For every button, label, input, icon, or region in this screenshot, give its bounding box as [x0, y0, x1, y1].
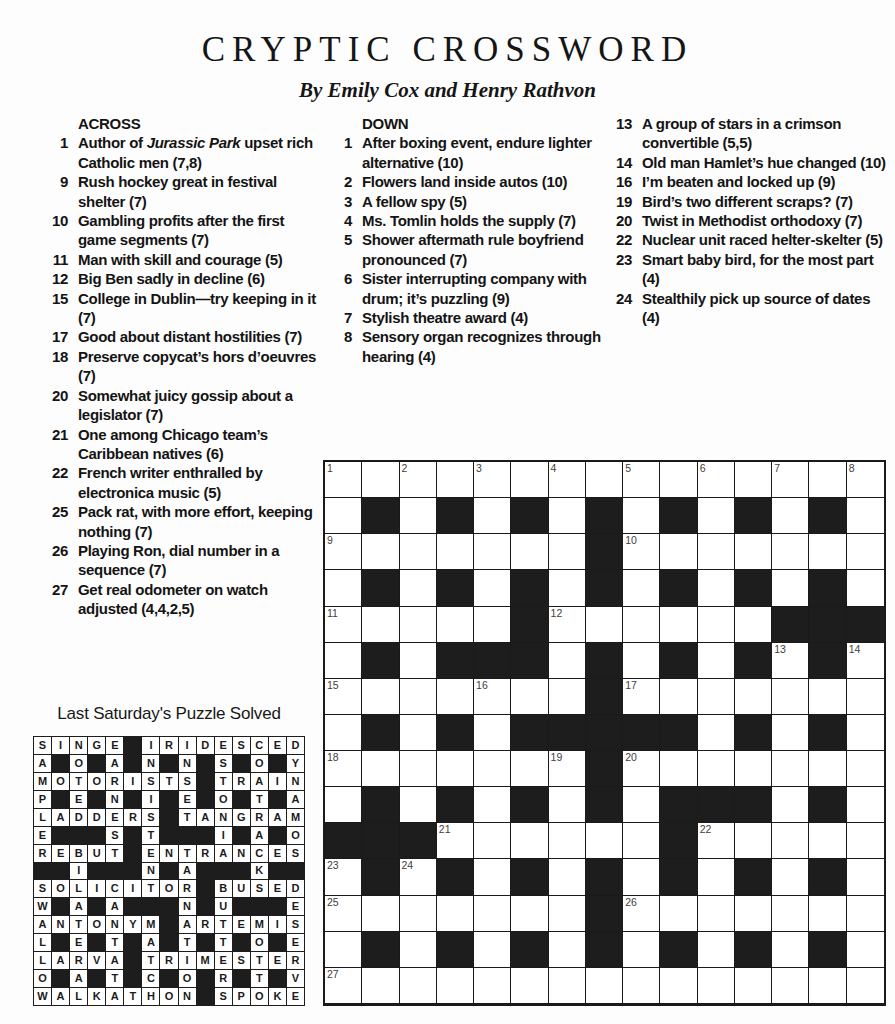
solved-cell-r9c15: D	[287, 880, 304, 897]
cell-r4c5[interactable]	[474, 570, 511, 606]
cell-r3c6[interactable]	[511, 534, 548, 570]
cell-r7c7[interactable]	[549, 679, 586, 715]
cell-r9c1[interactable]: 18	[325, 751, 362, 787]
cell-r11c13[interactable]	[772, 823, 809, 859]
clue-number: 14	[604, 153, 632, 172]
cell-r14c1[interactable]	[325, 932, 362, 968]
solved-cell-r1c11: E	[215, 737, 232, 754]
cell-r10c13[interactable]	[772, 787, 809, 823]
cell-r3c11[interactable]	[698, 534, 735, 570]
cell-r14c3[interactable]	[400, 932, 437, 968]
solved-cell-r2c7: N	[142, 755, 159, 772]
cell-r3c4[interactable]	[437, 534, 474, 570]
cell-r9c14[interactable]	[809, 751, 846, 787]
cell-r7c9[interactable]: 17	[623, 679, 660, 715]
solved-block-r10c12	[233, 898, 250, 915]
clue-number: 9	[40, 172, 68, 211]
cell-r7c10[interactable]	[660, 679, 697, 715]
cell-r11c11[interactable]: 22	[698, 823, 735, 859]
clue-number: 17	[40, 327, 68, 346]
solved-block-r14c4	[88, 970, 105, 987]
clue-number: 27	[40, 580, 68, 619]
clue-across-11: 11Man with skill and courage (5)	[40, 250, 316, 269]
clue-number: 23	[604, 250, 632, 289]
block-cell-r4c14	[809, 570, 846, 606]
cell-r5c5[interactable]	[474, 607, 511, 643]
solved-block-r14c8	[160, 970, 177, 987]
solved-block-r6c14	[269, 827, 286, 844]
block-cell-r8c7	[549, 715, 586, 751]
cell-r3c3[interactable]	[400, 534, 437, 570]
cell-r2c9[interactable]	[623, 498, 660, 534]
solved-block-r6c2	[52, 827, 69, 844]
solved-cell-r15c3: L	[70, 988, 87, 1005]
cell-r13c9[interactable]: 26	[623, 896, 660, 932]
block-cell-r8c6	[511, 715, 548, 751]
clue-text: Good about distant hostilities (7)	[78, 327, 316, 346]
solved-block-r14c10	[197, 970, 214, 987]
solved-block-r10c8	[160, 898, 177, 915]
solved-cell-r6c15: O	[287, 827, 304, 844]
clue-number: 2	[324, 172, 352, 191]
cell-r6c15[interactable]: 14	[847, 643, 884, 679]
solved-cell-r1c9: I	[179, 737, 196, 754]
cell-r10c3[interactable]	[400, 787, 437, 823]
cell-r3c13[interactable]	[772, 534, 809, 570]
solved-cell-r10c11: U	[215, 898, 232, 915]
solved-cell-r3c15: N	[287, 773, 304, 790]
block-cell-r6c5	[474, 643, 511, 679]
cell-r5c7[interactable]: 12	[549, 607, 586, 643]
solved-cell-r10c15: E	[287, 898, 304, 915]
cell-r10c15[interactable]	[847, 787, 884, 823]
solved-cell-r15c7: H	[142, 988, 159, 1005]
cell-r3c7[interactable]	[549, 534, 586, 570]
solved-block-r10c4	[88, 898, 105, 915]
clue-number-label: 1	[327, 462, 333, 475]
solved-block-r13c6	[124, 952, 141, 969]
cell-r8c13[interactable]	[772, 715, 809, 751]
down-header: DOWN	[362, 114, 602, 133]
cell-r9c12[interactable]	[735, 751, 772, 787]
cell-r10c9[interactable]	[623, 787, 660, 823]
clue-number-label: 23	[327, 859, 339, 872]
cell-r7c13[interactable]	[772, 679, 809, 715]
solved-cell-r14c13: T	[251, 970, 268, 987]
block-cell-r14c4	[437, 932, 474, 968]
solved-block-r14c12	[233, 970, 250, 987]
cell-r5c1[interactable]: 11	[325, 607, 362, 643]
solved-cell-r7c7: E	[142, 845, 159, 862]
cell-r13c11[interactable]	[698, 896, 735, 932]
solved-cell-r13c10: M	[197, 952, 214, 969]
cell-r1c5[interactable]: 3	[474, 462, 511, 498]
cell-r5c11[interactable]	[698, 607, 735, 643]
cell-r3c1[interactable]: 9	[325, 534, 362, 570]
cell-r7c6[interactable]	[511, 679, 548, 715]
clue-number: 11	[40, 250, 68, 269]
cell-r5c12[interactable]	[735, 607, 772, 643]
cell-r8c11[interactable]	[698, 715, 735, 751]
cell-r1c9[interactable]: 5	[623, 462, 660, 498]
block-cell-r4c10	[660, 570, 697, 606]
clue-down-8: 8Sensory organ recognizes through hearin…	[324, 327, 602, 366]
cell-r5c4[interactable]	[437, 607, 474, 643]
solved-block-r2c12	[233, 755, 250, 772]
clue-across-12: 12Big Ben sadly in decline (6)	[40, 269, 316, 288]
solved-cell-r10c1: W	[34, 898, 51, 915]
cell-r9c13[interactable]	[772, 751, 809, 787]
clue-text: Get real odometer on watch adjusted (4,4…	[78, 580, 316, 619]
block-cell-r4c2	[362, 570, 399, 606]
cell-r1c7[interactable]: 4	[549, 462, 586, 498]
solved-block-r6c6	[124, 827, 141, 844]
cell-r4c9[interactable]	[623, 570, 660, 606]
cell-r1c3[interactable]: 2	[400, 462, 437, 498]
cell-r1c10[interactable]	[660, 462, 697, 498]
cell-r11c8[interactable]	[586, 823, 623, 859]
cell-r5c8[interactable]	[586, 607, 623, 643]
cell-r11c4[interactable]: 21	[437, 823, 474, 859]
cell-r15c6[interactable]	[511, 968, 548, 1004]
solved-cell-r12c5: T	[106, 934, 123, 951]
cell-r13c6[interactable]	[511, 896, 548, 932]
cell-r5c2[interactable]	[362, 607, 399, 643]
cell-r3c10[interactable]	[660, 534, 697, 570]
cell-r4c7[interactable]	[549, 570, 586, 606]
solved-cell-r5c13: R	[251, 809, 268, 826]
cell-r9c11[interactable]	[698, 751, 735, 787]
cell-r12c1[interactable]: 23	[325, 859, 362, 895]
cell-r14c13[interactable]	[772, 932, 809, 968]
cell-r1c2[interactable]	[362, 462, 399, 498]
clue-text: College in Dublin—try keeping in it (7)	[78, 289, 316, 328]
solved-cell-r1c15: D	[287, 737, 304, 754]
cell-r7c14[interactable]	[809, 679, 846, 715]
solved-cell-r10c5: A	[106, 898, 123, 915]
cell-r4c1[interactable]	[325, 570, 362, 606]
clue-down-5: 5Shower aftermath rule boyfriend pronoun…	[324, 230, 602, 269]
cell-r13c15[interactable]	[847, 896, 884, 932]
cell-r4c13[interactable]	[772, 570, 809, 606]
solved-block-r15c10	[197, 988, 214, 1005]
solved-cell-r15c5: A	[106, 988, 123, 1005]
clue-number-label: 12	[551, 607, 563, 620]
cell-r15c2[interactable]	[362, 968, 399, 1004]
block-cell-r14c8	[586, 932, 623, 968]
cell-r11c15[interactable]	[847, 823, 884, 859]
cell-r8c15[interactable]	[847, 715, 884, 751]
cell-r12c3[interactable]: 24	[400, 859, 437, 895]
block-cell-r11c3	[400, 823, 437, 859]
solved-block-r4c2	[52, 791, 69, 808]
solved-cell-r9c7: T	[142, 880, 159, 897]
block-cell-r12c6	[511, 859, 548, 895]
cell-r3c2[interactable]	[362, 534, 399, 570]
cell-r12c15[interactable]	[847, 859, 884, 895]
solved-cell-r5c3: D	[70, 809, 87, 826]
clue-number: 22	[40, 463, 68, 502]
cell-r13c5[interactable]	[474, 896, 511, 932]
solved-block-r2c14	[269, 755, 286, 772]
cell-r15c1[interactable]: 27	[325, 968, 362, 1004]
cell-r7c2[interactable]	[362, 679, 399, 715]
cell-r11c6[interactable]	[511, 823, 548, 859]
clue-text: I’m beaten and locked up (9)	[642, 172, 889, 191]
cell-r14c11[interactable]	[698, 932, 735, 968]
cell-r12c5[interactable]	[474, 859, 511, 895]
cell-r1c8[interactable]	[586, 462, 623, 498]
cell-r6c13[interactable]: 13	[772, 643, 809, 679]
cell-r10c1[interactable]	[325, 787, 362, 823]
cell-r8c3[interactable]	[400, 715, 437, 751]
block-cell-r12c2	[362, 859, 399, 895]
solved-cell-r15c4: K	[88, 988, 105, 1005]
block-cell-r5c13	[772, 607, 809, 643]
clue-number: 5	[324, 230, 352, 269]
cell-r7c4[interactable]	[437, 679, 474, 715]
cell-r7c11[interactable]	[698, 679, 735, 715]
cell-r11c14[interactable]	[809, 823, 846, 859]
cell-r11c9[interactable]	[623, 823, 660, 859]
cell-r9c3[interactable]	[400, 751, 437, 787]
clue-down-2: 2Flowers land inside autos (10)	[324, 172, 602, 191]
cell-r13c4[interactable]	[437, 896, 474, 932]
solved-cell-r13c3: R	[70, 952, 87, 969]
cell-r3c15[interactable]	[847, 534, 884, 570]
solved-cell-r15c14: K	[269, 988, 286, 1005]
cell-r15c3[interactable]	[400, 968, 437, 1004]
block-cell-r12c10	[660, 859, 697, 895]
clue-down-4: 4Ms. Tomlin holds the supply (7)	[324, 211, 602, 230]
cell-r1c6[interactable]	[511, 462, 548, 498]
cell-r9c2[interactable]	[362, 751, 399, 787]
clue-number-label: 10	[625, 534, 637, 547]
cell-r1c12[interactable]	[735, 462, 772, 498]
cell-r8c1[interactable]	[325, 715, 362, 751]
clue-across-20: 20Somewhat juicy gossip about a legislat…	[40, 386, 316, 425]
cell-r10c7[interactable]	[549, 787, 586, 823]
cell-r5c9[interactable]	[623, 607, 660, 643]
cell-r13c13[interactable]	[772, 896, 809, 932]
clue-number: 20	[604, 211, 632, 230]
block-cell-r6c6	[511, 643, 548, 679]
clue-number: 15	[40, 289, 68, 328]
cell-r1c4[interactable]	[437, 462, 474, 498]
block-cell-r14c2	[362, 932, 399, 968]
solved-cell-r11c3: T	[70, 916, 87, 933]
solved-cell-r7c13: C	[251, 845, 268, 862]
cell-r8c5[interactable]	[474, 715, 511, 751]
cell-r3c12[interactable]	[735, 534, 772, 570]
clue-text: A group of stars in a crimson convertibl…	[642, 114, 889, 153]
cell-r13c3[interactable]	[400, 896, 437, 932]
clue-text: One among Chicago team’s Caribbean nativ…	[78, 425, 316, 464]
clue-number-label: 24	[402, 859, 414, 872]
solved-cell-r9c5: C	[106, 880, 123, 897]
cell-r13c2[interactable]	[362, 896, 399, 932]
solved-cell-r12c13: O	[251, 934, 268, 951]
solved-cell-r5c10: A	[197, 809, 214, 826]
cell-r12c7[interactable]	[549, 859, 586, 895]
clue-number-label: 5	[625, 462, 631, 475]
cell-r6c3[interactable]	[400, 643, 437, 679]
cell-r2c13[interactable]	[772, 498, 809, 534]
solved-cell-r5c11: N	[215, 809, 232, 826]
clue-number-label: 13	[774, 643, 786, 656]
solved-cell-r11c15: S	[287, 916, 304, 933]
cell-r9c5[interactable]	[474, 751, 511, 787]
cell-r14c9[interactable]	[623, 932, 660, 968]
clue-number: 7	[324, 308, 352, 327]
cell-r7c12[interactable]	[735, 679, 772, 715]
cell-r15c5[interactable]	[474, 968, 511, 1004]
cell-r4c15[interactable]	[847, 570, 884, 606]
cell-r15c4[interactable]	[437, 968, 474, 1004]
cell-r2c1[interactable]	[325, 498, 362, 534]
cell-r9c9[interactable]: 20	[623, 751, 660, 787]
cell-r12c13[interactable]	[772, 859, 809, 895]
cell-r7c3[interactable]	[400, 679, 437, 715]
solved-cell-r14c7: C	[142, 970, 159, 987]
solved-cell-r7c5: T	[106, 845, 123, 862]
cell-r5c10[interactable]	[660, 607, 697, 643]
clue-number: 19	[604, 192, 632, 211]
cell-r1c14[interactable]	[809, 462, 846, 498]
cell-r13c7[interactable]	[549, 896, 586, 932]
cell-r9c7[interactable]: 19	[549, 751, 586, 787]
cell-r2c15[interactable]	[847, 498, 884, 534]
solved-cell-r11c6: Y	[124, 916, 141, 933]
solved-block-r10c7	[142, 898, 159, 915]
cell-r2c5[interactable]	[474, 498, 511, 534]
solved-cell-r13c12: S	[233, 952, 250, 969]
clue-down-16: 16I’m beaten and locked up (9)	[604, 172, 889, 191]
cell-r12c11[interactable]	[698, 859, 735, 895]
solved-cell-r5c12: G	[233, 809, 250, 826]
cell-r15c11[interactable]	[698, 968, 735, 1004]
solved-cell-r1c2: I	[52, 737, 69, 754]
cell-r9c6[interactable]	[511, 751, 548, 787]
solved-cell-r2c3: O	[70, 755, 87, 772]
cell-r6c1[interactable]	[325, 643, 362, 679]
cell-r9c15[interactable]	[847, 751, 884, 787]
solved-cell-r3c5: R	[106, 773, 123, 790]
cell-r9c4[interactable]	[437, 751, 474, 787]
cell-r6c7[interactable]	[549, 643, 586, 679]
solved-cell-r9c11: B	[215, 880, 232, 897]
cell-r11c7[interactable]	[549, 823, 586, 859]
block-cell-r2c14	[809, 498, 846, 534]
solved-cell-r4c3: E	[70, 791, 87, 808]
cell-r1c1[interactable]: 1	[325, 462, 362, 498]
solved-block-r12c14	[269, 934, 286, 951]
cell-r15c7[interactable]	[549, 968, 586, 1004]
cell-r13c10[interactable]	[660, 896, 697, 932]
block-cell-r12c8	[586, 859, 623, 895]
cell-r15c8[interactable]	[586, 968, 623, 1004]
cell-r11c5[interactable]	[474, 823, 511, 859]
cell-r13c14[interactable]	[809, 896, 846, 932]
solved-block-r9c10	[197, 880, 214, 897]
clue-number: 1	[324, 133, 352, 172]
cell-r2c3[interactable]	[400, 498, 437, 534]
solved-cell-r13c15: R	[287, 952, 304, 969]
cell-r15c13[interactable]	[772, 968, 809, 1004]
cell-r1c13[interactable]: 7	[772, 462, 809, 498]
cell-r15c12[interactable]	[735, 968, 772, 1004]
cell-r1c15[interactable]: 8	[847, 462, 884, 498]
cell-r14c15[interactable]	[847, 932, 884, 968]
block-cell-r12c14	[809, 859, 846, 895]
block-cell-r5c15	[847, 607, 884, 643]
cell-r5c3[interactable]	[400, 607, 437, 643]
clue-number: 6	[324, 269, 352, 308]
solved-cell-r6c1: E	[34, 827, 51, 844]
cell-r3c14[interactable]	[809, 534, 846, 570]
block-cell-r11c2	[362, 823, 399, 859]
block-cell-r14c10	[660, 932, 697, 968]
solved-cell-r15c12: P	[233, 988, 250, 1005]
cell-r1c11[interactable]: 6	[698, 462, 735, 498]
clue-number-label: 19	[551, 751, 563, 764]
cell-r12c9[interactable]	[623, 859, 660, 895]
cell-r10c5[interactable]	[474, 787, 511, 823]
cell-r3c9[interactable]: 10	[623, 534, 660, 570]
cell-r4c3[interactable]	[400, 570, 437, 606]
solved-cell-r7c10: R	[197, 845, 214, 862]
cell-r7c5[interactable]: 16	[474, 679, 511, 715]
cell-r15c15[interactable]	[847, 968, 884, 1004]
cell-r3c5[interactable]	[474, 534, 511, 570]
cell-r2c11[interactable]	[698, 498, 735, 534]
cell-r4c11[interactable]	[698, 570, 735, 606]
solved-block-r6c12	[233, 827, 250, 844]
cell-r7c15[interactable]	[847, 679, 884, 715]
solved-cell-r3c1: M	[34, 773, 51, 790]
cell-r15c14[interactable]	[809, 968, 846, 1004]
down-clue-column-1: DOWN 1After boxing event, endure lighter…	[324, 114, 602, 366]
solved-cell-r2c9: N	[179, 755, 196, 772]
solved-block-r8c12	[233, 863, 250, 880]
block-cell-r13c8	[586, 896, 623, 932]
cell-r9c10[interactable]	[660, 751, 697, 787]
clue-number-label: 15	[327, 679, 339, 692]
cell-r14c5[interactable]	[474, 932, 511, 968]
solved-cell-r8c13: K	[251, 863, 268, 880]
solved-cell-r12c1: L	[34, 934, 51, 951]
solved-cell-r10c9: N	[179, 898, 196, 915]
cell-r13c1[interactable]: 25	[325, 896, 362, 932]
cell-r11c12[interactable]	[735, 823, 772, 859]
solved-block-r10c6	[124, 898, 141, 915]
cell-r2c7[interactable]	[549, 498, 586, 534]
solved-block-r3c10	[197, 773, 214, 790]
cell-r15c9[interactable]	[623, 968, 660, 1004]
cell-r7c1[interactable]: 15	[325, 679, 362, 715]
solved-block-r8c5	[106, 863, 123, 880]
clue-number-label: 21	[439, 823, 451, 836]
cell-r15c10[interactable]	[660, 968, 697, 1004]
cell-r13c12[interactable]	[735, 896, 772, 932]
cell-r6c9[interactable]	[623, 643, 660, 679]
solved-cell-r9c3: L	[70, 880, 87, 897]
cell-r14c7[interactable]	[549, 932, 586, 968]
solved-cell-r1c7: I	[142, 737, 159, 754]
solved-cell-r4c15: A	[287, 791, 304, 808]
cell-r6c11[interactable]	[698, 643, 735, 679]
block-cell-r6c10	[660, 643, 697, 679]
